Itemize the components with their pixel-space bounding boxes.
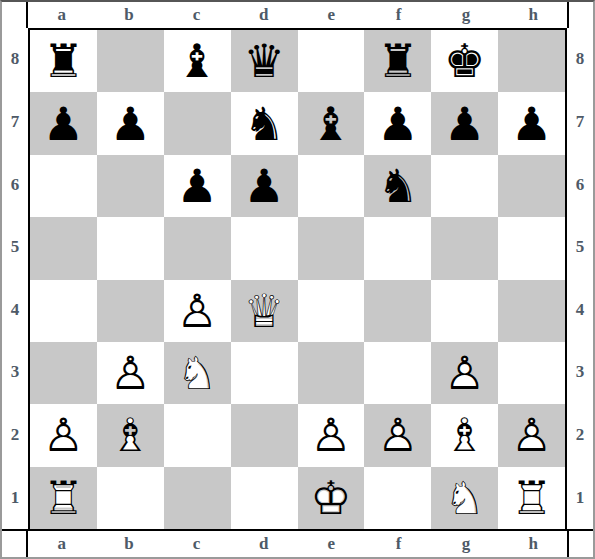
piece-black-pawn-icon[interactable]: ♟ bbox=[43, 101, 84, 147]
file-labels-top: abcdefgh bbox=[28, 2, 567, 28]
square-a4[interactable] bbox=[30, 280, 97, 342]
file-label-b: b bbox=[95, 531, 162, 557]
corner-top-left bbox=[2, 2, 28, 28]
square-e2[interactable]: ♟♙ bbox=[298, 404, 365, 466]
square-a1[interactable]: ♜♖ bbox=[30, 467, 97, 529]
piece-black-knight-icon[interactable]: ♞ bbox=[243, 101, 284, 147]
square-c8[interactable]: ♝ bbox=[164, 30, 231, 92]
piece-white-queen-icon[interactable]: ♛♕ bbox=[243, 288, 284, 334]
rank-label-3: 3 bbox=[2, 341, 28, 404]
piece-white-pawn-icon[interactable]: ♟♙ bbox=[110, 350, 151, 396]
black-piece-glyph-layer: ♝ bbox=[310, 101, 351, 147]
square-c5[interactable] bbox=[164, 217, 231, 279]
rank-labels-left: 87654321 bbox=[2, 28, 28, 531]
rank-label-2: 2 bbox=[2, 404, 28, 467]
rank-label-3: 3 bbox=[567, 341, 593, 404]
black-piece-glyph-layer: ♝ bbox=[177, 38, 218, 84]
piece-white-bishop-icon[interactable]: ♝♗ bbox=[110, 412, 151, 458]
square-g3[interactable]: ♟♙ bbox=[431, 342, 498, 404]
square-e4[interactable] bbox=[298, 280, 365, 342]
piece-black-king-icon[interactable]: ♚ bbox=[444, 38, 485, 84]
white-piece-outline-layer: ♔ bbox=[310, 475, 351, 521]
square-b8[interactable] bbox=[97, 30, 164, 92]
black-piece-glyph-layer: ♟ bbox=[110, 101, 151, 147]
square-h3[interactable] bbox=[498, 342, 565, 404]
square-e8[interactable] bbox=[298, 30, 365, 92]
white-piece-outline-layer: ♘ bbox=[177, 350, 218, 396]
square-f3[interactable] bbox=[364, 342, 431, 404]
square-h8[interactable] bbox=[498, 30, 565, 92]
square-b3[interactable]: ♟♙ bbox=[97, 342, 164, 404]
piece-black-pawn-icon[interactable]: ♟ bbox=[177, 163, 218, 209]
piece-white-pawn-icon[interactable]: ♟♙ bbox=[511, 412, 552, 458]
square-h7[interactable]: ♟ bbox=[498, 92, 565, 154]
square-b4[interactable] bbox=[97, 280, 164, 342]
white-piece-outline-layer: ♙ bbox=[43, 412, 84, 458]
white-piece-outline-layer: ♖ bbox=[511, 475, 552, 521]
rank-label-8: 8 bbox=[2, 28, 28, 91]
rank-label-8: 8 bbox=[567, 28, 593, 91]
square-e5[interactable] bbox=[298, 217, 365, 279]
rank-label-6: 6 bbox=[2, 153, 28, 216]
square-f7[interactable]: ♟ bbox=[364, 92, 431, 154]
rank-label-4: 4 bbox=[567, 279, 593, 342]
square-f8[interactable]: ♜ bbox=[364, 30, 431, 92]
square-d5[interactable] bbox=[231, 217, 298, 279]
square-g4[interactable] bbox=[431, 280, 498, 342]
square-h5[interactable] bbox=[498, 217, 565, 279]
square-d7[interactable]: ♞ bbox=[231, 92, 298, 154]
file-label-c: c bbox=[163, 531, 230, 557]
square-b1[interactable] bbox=[97, 467, 164, 529]
square-b2[interactable]: ♝♗ bbox=[97, 404, 164, 466]
piece-white-king-icon[interactable]: ♚♔ bbox=[310, 475, 351, 521]
white-piece-outline-layer: ♙ bbox=[177, 288, 218, 334]
white-piece-outline-layer: ♖ bbox=[43, 475, 84, 521]
black-piece-glyph-layer: ♜ bbox=[43, 38, 84, 84]
piece-black-pawn-icon[interactable]: ♟ bbox=[377, 101, 418, 147]
file-label-f: f bbox=[365, 2, 432, 28]
rank-label-4: 4 bbox=[2, 279, 28, 342]
square-h6[interactable] bbox=[498, 155, 565, 217]
rank-label-2: 2 bbox=[567, 404, 593, 467]
piece-white-knight-icon[interactable]: ♞♘ bbox=[444, 475, 485, 521]
file-label-a: a bbox=[28, 2, 95, 28]
piece-white-knight-icon[interactable]: ♞♘ bbox=[177, 350, 218, 396]
piece-black-pawn-icon[interactable]: ♟ bbox=[110, 101, 151, 147]
white-piece-outline-layer: ♗ bbox=[110, 412, 151, 458]
square-h1[interactable]: ♜♖ bbox=[498, 467, 565, 529]
square-d2[interactable] bbox=[231, 404, 298, 466]
file-label-f: f bbox=[365, 531, 432, 557]
square-a3[interactable] bbox=[30, 342, 97, 404]
square-d3[interactable] bbox=[231, 342, 298, 404]
square-g6[interactable] bbox=[431, 155, 498, 217]
chess-diagram: abcdefgh 87654321 ♜♝♛♜♚♟♟♞♝♟♟♟♟♟♞♟♙♛♕♟♙♞… bbox=[0, 0, 595, 559]
white-piece-outline-layer: ♙ bbox=[310, 412, 351, 458]
piece-white-bishop-icon[interactable]: ♝♗ bbox=[444, 412, 485, 458]
rank-label-6: 6 bbox=[567, 153, 593, 216]
square-f4[interactable] bbox=[364, 280, 431, 342]
file-label-g: g bbox=[432, 2, 499, 28]
rank-label-7: 7 bbox=[567, 91, 593, 154]
square-a5[interactable] bbox=[30, 217, 97, 279]
piece-black-bishop-icon[interactable]: ♝ bbox=[177, 38, 218, 84]
white-piece-outline-layer: ♙ bbox=[511, 412, 552, 458]
square-e6[interactable] bbox=[298, 155, 365, 217]
white-piece-outline-layer: ♙ bbox=[444, 350, 485, 396]
square-b5[interactable] bbox=[97, 217, 164, 279]
corner-bottom-right bbox=[567, 531, 593, 557]
file-label-b: b bbox=[95, 2, 162, 28]
square-e1[interactable]: ♚♔ bbox=[298, 467, 365, 529]
square-d1[interactable] bbox=[231, 467, 298, 529]
black-piece-glyph-layer: ♞ bbox=[243, 101, 284, 147]
file-label-c: c bbox=[163, 2, 230, 28]
file-label-h: h bbox=[500, 531, 567, 557]
white-piece-outline-layer: ♙ bbox=[377, 412, 418, 458]
white-piece-outline-layer: ♗ bbox=[444, 412, 485, 458]
piece-black-queen-icon[interactable]: ♛ bbox=[243, 38, 284, 84]
square-g5[interactable] bbox=[431, 217, 498, 279]
black-piece-glyph-layer: ♟ bbox=[177, 163, 218, 209]
square-f5[interactable] bbox=[364, 217, 431, 279]
black-piece-glyph-layer: ♟ bbox=[377, 101, 418, 147]
square-b6[interactable] bbox=[97, 155, 164, 217]
piece-black-pawn-icon[interactable]: ♟ bbox=[511, 101, 552, 147]
piece-black-knight-icon[interactable]: ♞ bbox=[377, 163, 418, 209]
file-labels-bottom: abcdefgh bbox=[28, 531, 567, 557]
square-b7[interactable]: ♟ bbox=[97, 92, 164, 154]
piece-white-pawn-icon[interactable]: ♟♙ bbox=[43, 412, 84, 458]
black-piece-glyph-layer: ♜ bbox=[377, 38, 418, 84]
white-piece-outline-layer: ♙ bbox=[110, 350, 151, 396]
rank-label-5: 5 bbox=[2, 216, 28, 279]
black-piece-glyph-layer: ♟ bbox=[43, 101, 84, 147]
square-f1[interactable] bbox=[364, 467, 431, 529]
square-f6[interactable]: ♞ bbox=[364, 155, 431, 217]
piece-black-pawn-icon[interactable]: ♟ bbox=[444, 101, 485, 147]
piece-white-pawn-icon[interactable]: ♟♙ bbox=[444, 350, 485, 396]
file-label-d: d bbox=[230, 531, 297, 557]
rank-labels-right: 87654321 bbox=[567, 28, 593, 531]
file-label-h: h bbox=[500, 2, 567, 28]
square-d8[interactable]: ♛ bbox=[231, 30, 298, 92]
square-e3[interactable] bbox=[298, 342, 365, 404]
black-piece-glyph-layer: ♟ bbox=[444, 101, 485, 147]
square-a2[interactable]: ♟♙ bbox=[30, 404, 97, 466]
white-piece-outline-layer: ♘ bbox=[444, 475, 485, 521]
square-a6[interactable] bbox=[30, 155, 97, 217]
piece-white-rook-icon[interactable]: ♜♖ bbox=[511, 475, 552, 521]
square-d6[interactable]: ♟ bbox=[231, 155, 298, 217]
black-piece-glyph-layer: ♞ bbox=[377, 163, 418, 209]
square-h4[interactable] bbox=[498, 280, 565, 342]
square-c2[interactable] bbox=[164, 404, 231, 466]
piece-black-pawn-icon[interactable]: ♟ bbox=[243, 163, 284, 209]
square-f2[interactable]: ♟♙ bbox=[364, 404, 431, 466]
square-c7[interactable] bbox=[164, 92, 231, 154]
rank-label-5: 5 bbox=[567, 216, 593, 279]
piece-black-rook-icon[interactable]: ♜ bbox=[377, 38, 418, 84]
white-piece-outline-layer: ♕ bbox=[243, 288, 284, 334]
square-a8[interactable]: ♜ bbox=[30, 30, 97, 92]
square-h2[interactable]: ♟♙ bbox=[498, 404, 565, 466]
file-label-e: e bbox=[298, 531, 365, 557]
square-a7[interactable]: ♟ bbox=[30, 92, 97, 154]
corner-top-right bbox=[567, 2, 593, 28]
square-c1[interactable] bbox=[164, 467, 231, 529]
black-piece-glyph-layer: ♟ bbox=[243, 163, 284, 209]
rank-label-1: 1 bbox=[567, 466, 593, 529]
square-c3[interactable]: ♞♘ bbox=[164, 342, 231, 404]
piece-white-rook-icon[interactable]: ♜♖ bbox=[43, 475, 84, 521]
chess-board: ♜♝♛♜♚♟♟♞♝♟♟♟♟♟♞♟♙♛♕♟♙♞♘♟♙♟♙♝♗♟♙♟♙♝♗♟♙♜♖♚… bbox=[28, 28, 567, 531]
rank-label-7: 7 bbox=[2, 91, 28, 154]
black-piece-glyph-layer: ♚ bbox=[444, 38, 485, 84]
rank-label-1: 1 bbox=[2, 466, 28, 529]
square-c4[interactable]: ♟♙ bbox=[164, 280, 231, 342]
corner-bottom-left bbox=[2, 531, 28, 557]
square-g2[interactable]: ♝♗ bbox=[431, 404, 498, 466]
square-d4[interactable]: ♛♕ bbox=[231, 280, 298, 342]
square-g8[interactable]: ♚ bbox=[431, 30, 498, 92]
piece-white-pawn-icon[interactable]: ♟♙ bbox=[177, 288, 218, 334]
square-c6[interactable]: ♟ bbox=[164, 155, 231, 217]
piece-black-rook-icon[interactable]: ♜ bbox=[43, 38, 84, 84]
square-e7[interactable]: ♝ bbox=[298, 92, 365, 154]
file-label-e: e bbox=[298, 2, 365, 28]
square-g1[interactable]: ♞♘ bbox=[431, 467, 498, 529]
file-label-g: g bbox=[432, 531, 499, 557]
file-label-d: d bbox=[230, 2, 297, 28]
square-g7[interactable]: ♟ bbox=[431, 92, 498, 154]
black-piece-glyph-layer: ♛ bbox=[243, 38, 284, 84]
file-label-a: a bbox=[28, 531, 95, 557]
black-piece-glyph-layer: ♟ bbox=[511, 101, 552, 147]
piece-white-pawn-icon[interactable]: ♟♙ bbox=[377, 412, 418, 458]
piece-black-bishop-icon[interactable]: ♝ bbox=[310, 101, 351, 147]
piece-white-pawn-icon[interactable]: ♟♙ bbox=[310, 412, 351, 458]
